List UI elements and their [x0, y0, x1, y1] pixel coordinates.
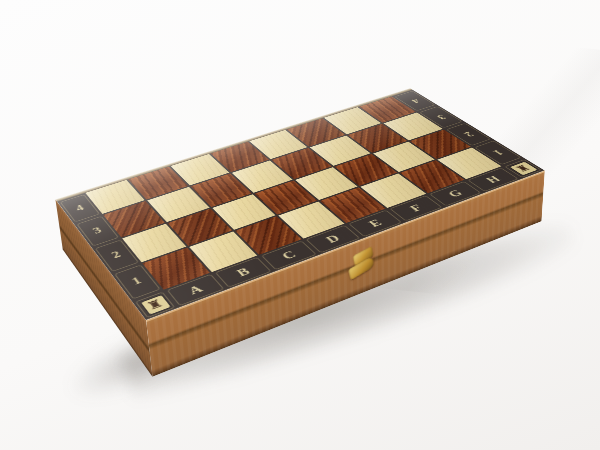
square-a3: [103, 201, 165, 237]
square-a1: [143, 248, 211, 290]
photo-background: 4321 4321 ABCDEFGH ♜ ♜: [0, 0, 600, 450]
folding-chess-box[interactable]: 4321 4321 ABCDEFGH ♜ ♜: [55, 88, 544, 320]
rook-icon: ♜: [144, 297, 166, 312]
square-b1: [190, 232, 257, 272]
brass-clasp[interactable]: [345, 244, 381, 287]
square-c2: [212, 194, 276, 230]
rook-icon: ♜: [513, 163, 534, 173]
square-e1: [320, 187, 386, 223]
square-d1: [278, 202, 344, 239]
square-b2: [168, 208, 232, 245]
corner-square: ♜: [140, 295, 169, 314]
corner-square: ♜: [509, 162, 537, 175]
square-a2: [122, 223, 187, 262]
square-c1: [235, 216, 302, 255]
